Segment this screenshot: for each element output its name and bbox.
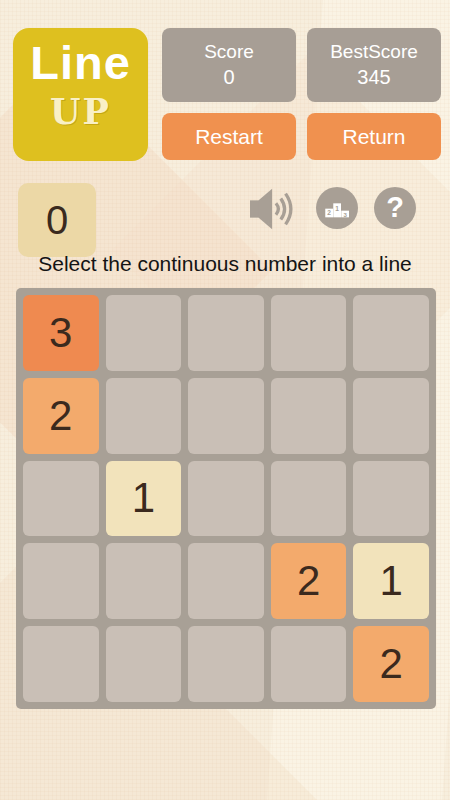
logo-title-line2: UP: [13, 91, 148, 132]
empty-cell[interactable]: [271, 626, 347, 702]
empty-cell[interactable]: [188, 461, 264, 537]
tile-1[interactable]: 1: [106, 461, 182, 537]
empty-cell[interactable]: [106, 295, 182, 371]
restart-button[interactable]: Restart: [162, 113, 296, 160]
empty-cell[interactable]: [106, 626, 182, 702]
empty-cell[interactable]: [106, 543, 182, 619]
empty-cell[interactable]: [353, 295, 429, 371]
empty-cell[interactable]: [271, 461, 347, 537]
empty-cell[interactable]: [106, 378, 182, 454]
return-button[interactable]: Return: [307, 113, 441, 160]
podium-number-left: 2: [327, 209, 331, 216]
empty-cell[interactable]: [188, 295, 264, 371]
empty-cell[interactable]: [188, 378, 264, 454]
question-mark-glyph: ?: [386, 193, 404, 224]
empty-cell[interactable]: [271, 378, 347, 454]
empty-cell[interactable]: [353, 378, 429, 454]
empty-cell[interactable]: [271, 295, 347, 371]
best-score-label: BestScore: [330, 41, 418, 63]
app-logo: Line UP: [13, 28, 148, 161]
score-label: Score: [204, 41, 254, 63]
counter-tile: 0: [18, 183, 96, 257]
leaderboard-icon[interactable]: 2 1 3: [316, 187, 358, 229]
volume-icon[interactable]: [250, 187, 300, 231]
empty-cell[interactable]: [188, 626, 264, 702]
score-value: 0: [223, 66, 234, 89]
instruction-text: Select the continuous number into a line: [0, 252, 450, 276]
podium-number-right: 3: [343, 211, 347, 218]
empty-cell[interactable]: [23, 626, 99, 702]
logo-title-line1: Line: [13, 38, 148, 87]
tile-2[interactable]: 2: [23, 378, 99, 454]
best-score-value: 345: [357, 66, 390, 89]
empty-cell[interactable]: [23, 543, 99, 619]
tile-2[interactable]: 2: [353, 626, 429, 702]
app-screen: Line UP Score 0 BestScore 345 Restart Re…: [0, 0, 450, 800]
help-icon[interactable]: ?: [374, 187, 416, 229]
board: 321212: [16, 288, 436, 709]
tile-1[interactable]: 1: [353, 543, 429, 619]
score-panel: Score 0: [162, 28, 296, 102]
empty-cell[interactable]: [188, 543, 264, 619]
podium-number-middle: 1: [335, 205, 339, 212]
best-score-panel: BestScore 345: [307, 28, 441, 102]
empty-cell[interactable]: [23, 461, 99, 537]
tile-3[interactable]: 3: [23, 295, 99, 371]
empty-cell[interactable]: [353, 461, 429, 537]
tile-2[interactable]: 2: [271, 543, 347, 619]
